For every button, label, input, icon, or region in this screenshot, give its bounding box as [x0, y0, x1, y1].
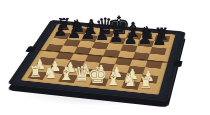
- hinge-icon: [173, 60, 183, 67]
- product-photo-scene: ♜♞♝♛♚♝♞♜♟♟♟♟♟♟♟♟♟♟♟♟♟♟♟♟♜♞♝♛♚♝♞♜: [0, 0, 210, 115]
- board-grid: [27, 26, 170, 91]
- hinge-icon: [25, 46, 36, 52]
- square-h1: [138, 82, 157, 92]
- board-wood-trim: [21, 24, 176, 95]
